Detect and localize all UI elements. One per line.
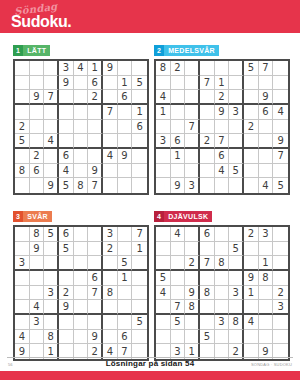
sudoku-cell: 8: [103, 286, 118, 301]
sudoku-cell: 3: [44, 286, 59, 301]
sudoku-cell: [185, 76, 200, 91]
sudoku-cell: 6: [88, 271, 103, 286]
sudoku-cell: [88, 134, 103, 149]
sudoku-cell: 7: [103, 105, 118, 120]
sudoku-cell: [15, 300, 30, 315]
sudoku-cell: [103, 271, 118, 286]
sudoku-cell: [132, 286, 147, 301]
sudoku-cell: [103, 300, 118, 315]
sudoku-cell: 5: [44, 227, 59, 242]
sudoku-cell: [171, 90, 186, 105]
sudoku-cell: [185, 330, 200, 345]
sudoku-cell: [273, 271, 288, 286]
sudoku-cell: [59, 315, 74, 330]
sudoku-cell: [229, 90, 244, 105]
sudoku-cell: [59, 105, 74, 120]
sudoku-cell: [103, 330, 118, 345]
sudoku-cell: [244, 242, 259, 257]
sudoku-cell: [88, 105, 103, 120]
sudoku-cell: 1: [244, 286, 259, 301]
sudoku-cell: 3: [215, 315, 230, 330]
sudoku-cell: [259, 300, 274, 315]
sudoku-cell: [185, 315, 200, 330]
sudoku-cell: 5: [118, 256, 133, 271]
sudoku-cell: 7: [88, 178, 103, 193]
difficulty-number: 4: [154, 211, 164, 222]
sudoku-cell: [59, 271, 74, 286]
sudoku-cell: [74, 256, 89, 271]
sudoku-cell: 8: [156, 61, 171, 76]
sudoku-cell: [273, 120, 288, 135]
sudoku-cell: 7: [185, 120, 200, 135]
sudoku-cell: [132, 256, 147, 271]
sudoku-cell: [185, 105, 200, 120]
sudoku-cell: [244, 300, 259, 315]
sudoku-cell: [74, 271, 89, 286]
puzzle-4-djavulsk: 4 DJÄVULSK 46235278159849831278353845312…: [154, 205, 290, 361]
sudoku-cell: [200, 61, 215, 76]
sudoku-cell: [15, 105, 30, 120]
sudoku-cell: 6: [215, 149, 230, 164]
sudoku-cell: 9: [103, 61, 118, 76]
sudoku-cell: [118, 120, 133, 135]
sudoku-cell: 3: [229, 286, 244, 301]
sudoku-cell: 5: [273, 178, 288, 193]
sudoku-cell: [171, 164, 186, 179]
sudoku-cell: [156, 227, 171, 242]
sudoku-cell: [103, 164, 118, 179]
difficulty-badge-4: 4 DJÄVULSK: [154, 211, 212, 222]
sudoku-cell: 1: [88, 61, 103, 76]
sudoku-cell: [200, 120, 215, 135]
sudoku-cell: [215, 61, 230, 76]
sudoku-cell: 2: [15, 120, 30, 135]
difficulty-badge-3: 3 SVÅR: [13, 211, 52, 222]
sudoku-cell: 5: [229, 164, 244, 179]
sudoku-cell: 9: [259, 90, 274, 105]
puzzle-2-medelsvar: 2 MEDELSVÅR 8257714291936472362791674593…: [154, 39, 290, 195]
sudoku-cell: 4: [44, 134, 59, 149]
sudoku-cell: [132, 90, 147, 105]
sudoku-cell: [229, 227, 244, 242]
difficulty-number: 2: [154, 45, 164, 56]
sudoku-cell: 2: [244, 227, 259, 242]
sudoku-cell: [259, 164, 274, 179]
sudoku-cell: 4: [156, 90, 171, 105]
sudoku-cell: [30, 76, 45, 91]
sudoku-cell: 1: [156, 105, 171, 120]
sudoku-grid-2: 825771429193647236279167459345: [154, 59, 290, 195]
sudoku-cell: [118, 164, 133, 179]
sudoku-cell: [200, 315, 215, 330]
sudoku-cell: 3: [30, 315, 45, 330]
sudoku-cell: [44, 271, 59, 286]
sudoku-cell: [200, 242, 215, 257]
sudoku-grid-4: 462352781598498312783538453129: [154, 225, 290, 361]
sudoku-cell: [118, 134, 133, 149]
sudoku-cell: 9: [59, 76, 74, 91]
bottom-red-bar: [0, 371, 300, 380]
sudoku-cell: [15, 76, 30, 91]
sudoku-cell: [244, 256, 259, 271]
sudoku-cell: [229, 178, 244, 193]
sudoku-cell: [273, 227, 288, 242]
sudoku-cell: [15, 242, 30, 257]
sudoku-cell: 8: [215, 256, 230, 271]
sudoku-cell: 7: [171, 300, 186, 315]
sudoku-cell: [185, 227, 200, 242]
sudoku-cell: 5: [59, 242, 74, 257]
sudoku-cell: [44, 120, 59, 135]
sudoku-cell: [118, 61, 133, 76]
sudoku-cell: [171, 330, 186, 345]
sudoku-cell: [171, 120, 186, 135]
sudoku-cell: 6: [259, 105, 274, 120]
sudoku-cell: 3: [59, 61, 74, 76]
sudoku-cell: [229, 134, 244, 149]
sudoku-cell: 7: [215, 134, 230, 149]
sudoku-cell: [44, 256, 59, 271]
sudoku-cell: 3: [156, 134, 171, 149]
sudoku-cell: [244, 105, 259, 120]
sudoku-cell: [103, 120, 118, 135]
sudoku-cell: [185, 164, 200, 179]
sudoku-cell: [118, 227, 133, 242]
sudoku-cell: 5: [132, 315, 147, 330]
sudoku-cell: [74, 149, 89, 164]
sudoku-cell: [229, 120, 244, 135]
sudoku-cell: 2: [59, 286, 74, 301]
sudoku-cell: [15, 178, 30, 193]
sudoku-cell: 2: [273, 286, 288, 301]
sudoku-cell: [156, 242, 171, 257]
sudoku-cell: [103, 178, 118, 193]
sudoku-cell: [171, 256, 186, 271]
sudoku-cell: [132, 330, 147, 345]
sudoku-cell: [88, 315, 103, 330]
sudoku-cell: [273, 256, 288, 271]
sudoku-grid-1: 341996159726712654264986499587: [13, 59, 149, 195]
sudoku-cell: [30, 271, 45, 286]
sudoku-cell: 2: [30, 149, 45, 164]
sudoku-cell: 9: [171, 178, 186, 193]
sudoku-cell: 9: [30, 242, 45, 257]
sudoku-cell: 5: [171, 315, 186, 330]
sudoku-cell: [244, 178, 259, 193]
sudoku-cell: [273, 330, 288, 345]
sudoku-cell: [156, 330, 171, 345]
sudoku-cell: [88, 242, 103, 257]
sudoku-cell: [229, 256, 244, 271]
sudoku-cell: [215, 227, 230, 242]
sudoku-cell: 2: [200, 134, 215, 149]
sudoku-cell: 5: [15, 134, 30, 149]
sudoku-cell: [171, 105, 186, 120]
sudoku-cell: 4: [273, 105, 288, 120]
sudoku-cell: [15, 90, 30, 105]
sudoku-cell: [44, 315, 59, 330]
sudoku-cell: 9: [44, 178, 59, 193]
sudoku-cell: [215, 242, 230, 257]
sudoku-cell: 8: [259, 271, 274, 286]
sudoku-cell: [229, 300, 244, 315]
difficulty-badge-1: 1 LÄTT: [13, 45, 50, 56]
logo-main-text: Sudoku.: [11, 14, 71, 30]
sudoku-cell: 8: [200, 286, 215, 301]
difficulty-label: LÄTT: [23, 45, 50, 56]
difficulty-number: 3: [13, 211, 23, 222]
sudoku-cell: [88, 300, 103, 315]
sudoku-cell: 9: [215, 105, 230, 120]
sudoku-cell: [215, 178, 230, 193]
sudoku-cell: [74, 134, 89, 149]
sudoku-cell: [132, 164, 147, 179]
sudoku-cell: [273, 76, 288, 91]
sudoku-cell: 7: [259, 61, 274, 76]
sudoku-cell: [156, 76, 171, 91]
sudoku-cell: 6: [132, 120, 147, 135]
sudoku-cell: [132, 271, 147, 286]
sudoku-cell: [200, 178, 215, 193]
sudoku-cell: 4: [103, 149, 118, 164]
sudoku-cell: 2: [215, 90, 230, 105]
sudoku-cell: 4: [156, 286, 171, 301]
sudoku-cell: 4: [171, 227, 186, 242]
sudoku-cell: [215, 330, 230, 345]
sudoku-cell: 6: [59, 149, 74, 164]
sudoku-cell: [229, 76, 244, 91]
sudoku-cell: 2: [185, 256, 200, 271]
sudoku-cell: 3: [259, 227, 274, 242]
sudoku-cell: 1: [118, 76, 133, 91]
sudoku-cell: 8: [74, 178, 89, 193]
sudoku-cell: 8: [30, 227, 45, 242]
sudoku-cell: [30, 134, 45, 149]
sudoku-cell: 5: [244, 61, 259, 76]
sudoku-cell: [200, 164, 215, 179]
sudoku-cell: [74, 286, 89, 301]
sudoku-cell: 7: [132, 227, 147, 242]
sudoku-cell: 6: [59, 227, 74, 242]
sudoku-cell: [15, 271, 30, 286]
sudoku-cell: 4: [215, 164, 230, 179]
sudoku-cell: 8: [185, 300, 200, 315]
sudoku-cell: [74, 227, 89, 242]
sudoku-cell: [103, 134, 118, 149]
sudoku-cell: [156, 256, 171, 271]
sudoku-cell: 2: [103, 242, 118, 257]
sudoku-cell: [30, 256, 45, 271]
sudoku-cell: 9: [273, 134, 288, 149]
sudoku-cell: [15, 315, 30, 330]
sudoku-cell: [185, 242, 200, 257]
sudoku-cell: 8: [15, 164, 30, 179]
sudoku-cell: 2: [244, 120, 259, 135]
sudoku-cell: 3: [273, 300, 288, 315]
sudoku-cell: [88, 149, 103, 164]
sudoku-cell: [156, 149, 171, 164]
sudoku-cell: [132, 134, 147, 149]
sudoku-cell: [74, 315, 89, 330]
sudoku-cell: [74, 242, 89, 257]
sudoku-cell: [244, 90, 259, 105]
sudoku-cell: 6: [200, 227, 215, 242]
sudoku-cell: [118, 286, 133, 301]
sudoku-cell: [44, 300, 59, 315]
sudoku-cell: 6: [118, 90, 133, 105]
sudoku-cell: [74, 300, 89, 315]
sudoku-cell: [118, 300, 133, 315]
sudoku-cell: 1: [171, 149, 186, 164]
sudoku-cell: [15, 149, 30, 164]
sudoku-cell: [74, 90, 89, 105]
sudoku-cell: [156, 178, 171, 193]
sudoku-cell: 3: [229, 105, 244, 120]
sudoku-cell: [259, 286, 274, 301]
sudoku-cell: 7: [200, 256, 215, 271]
sudoku-cell: 7: [44, 90, 59, 105]
sudoku-cell: [273, 61, 288, 76]
sudoku-cell: [44, 61, 59, 76]
sudoku-cell: 1: [259, 256, 274, 271]
puzzle-1-latt: 1 LÄTT 341996159726712654264986499587: [13, 39, 149, 195]
sudoku-cell: [259, 134, 274, 149]
sudoku-cell: [30, 105, 45, 120]
sudoku-cell: [259, 149, 274, 164]
sudoku-cell: 2: [88, 90, 103, 105]
sudoku-cell: [118, 242, 133, 257]
sudoku-cell: [118, 178, 133, 193]
sudoku-cell: 7: [200, 76, 215, 91]
sudoku-cell: 5: [156, 271, 171, 286]
difficulty-badge-2: 2 MEDELSVÅR: [154, 45, 219, 56]
sudoku-grid-3: 856379521356132784935489691247: [13, 225, 149, 361]
sudoku-cell: [156, 120, 171, 135]
sudoku-cell: [259, 330, 274, 345]
sudoku-cell: 5: [200, 330, 215, 345]
sudoku-cell: 9: [118, 149, 133, 164]
sudoku-cell: [259, 120, 274, 135]
sudoku-cell: [185, 134, 200, 149]
sudoku-cell: [215, 300, 230, 315]
sudoku-cell: [103, 76, 118, 91]
difficulty-label: DJÄVULSK: [164, 211, 212, 222]
sudoku-cell: [185, 271, 200, 286]
sudoku-cell: [103, 315, 118, 330]
sudoku-cell: [44, 105, 59, 120]
sudoku-cell: [59, 330, 74, 345]
sudoku-cell: [74, 164, 89, 179]
sudoku-cell: [171, 271, 186, 286]
sudoku-cell: 4: [59, 164, 74, 179]
sudoku-cell: 5: [132, 76, 147, 91]
sudoku-cell: [59, 134, 74, 149]
sudoku-cell: [30, 330, 45, 345]
sudoku-cell: [215, 271, 230, 286]
sudoku-cell: [30, 178, 45, 193]
sudoku-cell: [215, 286, 230, 301]
sudoku-cell: 3: [15, 256, 30, 271]
sondag-sudoku-logo: Söndag Sudoku.: [11, 2, 71, 28]
footer-divider: [7, 357, 293, 358]
sudoku-cell: 9: [59, 300, 74, 315]
sudoku-cell: [273, 90, 288, 105]
sudoku-cell: [59, 256, 74, 271]
sudoku-cell: 7: [273, 149, 288, 164]
sudoku-cell: [132, 61, 147, 76]
sudoku-cell: [273, 164, 288, 179]
sudoku-cell: 9: [88, 164, 103, 179]
sudoku-cell: 1: [132, 105, 147, 120]
sudoku-cell: [103, 256, 118, 271]
sudoku-cell: [74, 105, 89, 120]
sudoku-cell: [88, 120, 103, 135]
sudoku-cell: [156, 315, 171, 330]
sudoku-cell: 1: [132, 242, 147, 257]
sudoku-cell: [200, 300, 215, 315]
sudoku-cell: [185, 149, 200, 164]
sudoku-cell: [74, 76, 89, 91]
edition-label: SÖNDAG · SUDOKU: [251, 362, 292, 367]
difficulty-label: MEDELSVÅR: [164, 45, 219, 56]
sudoku-cell: 4: [244, 315, 259, 330]
sudoku-cell: 3: [103, 227, 118, 242]
sudoku-cell: [244, 330, 259, 345]
sudoku-cell: [259, 315, 274, 330]
sudoku-cell: [15, 61, 30, 76]
sudoku-cell: 3: [185, 178, 200, 193]
sudoku-cell: 1: [118, 271, 133, 286]
sudoku-cell: [30, 61, 45, 76]
sudoku-cell: [15, 227, 30, 242]
difficulty-number: 1: [13, 45, 23, 56]
sudoku-cell: 9: [244, 271, 259, 286]
sudoku-cell: [103, 90, 118, 105]
sudoku-cell: 5: [59, 178, 74, 193]
sudoku-cell: [156, 164, 171, 179]
sudoku-cell: [118, 105, 133, 120]
sudoku-cell: 4: [74, 61, 89, 76]
sudoku-cell: [88, 256, 103, 271]
sudoku-cell: 4: [30, 300, 45, 315]
sudoku-cell: [244, 76, 259, 91]
sudoku-cell: 4: [15, 330, 30, 345]
sudoku-cell: [259, 242, 274, 257]
sudoku-cell: [185, 61, 200, 76]
sudoku-cell: 1: [215, 76, 230, 91]
sudoku-cell: [156, 300, 171, 315]
sudoku-cell: [200, 105, 215, 120]
sudoku-cell: [132, 178, 147, 193]
sudoku-cell: 2: [171, 61, 186, 76]
sudoku-cell: 6: [118, 330, 133, 345]
sudoku-cell: [259, 76, 274, 91]
sudoku-cell: 6: [171, 134, 186, 149]
sudoku-cell: [59, 90, 74, 105]
sudoku-cell: 6: [88, 76, 103, 91]
sudoku-cell: [171, 286, 186, 301]
sudoku-cell: [59, 120, 74, 135]
sudoku-cell: [88, 227, 103, 242]
sudoku-cell: [244, 134, 259, 149]
sudoku-cell: [44, 76, 59, 91]
sudoku-cell: [44, 164, 59, 179]
sudoku-cell: [229, 330, 244, 345]
sudoku-cell: 6: [30, 164, 45, 179]
sudoku-cell: [30, 286, 45, 301]
sudoku-cell: [132, 300, 147, 315]
sudoku-cell: [215, 120, 230, 135]
